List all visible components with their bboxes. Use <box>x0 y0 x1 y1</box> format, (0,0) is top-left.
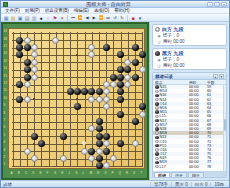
black-stone <box>16 81 23 88</box>
coord-letter: G <box>54 172 56 175</box>
scrollbar-thumb[interactable] <box>224 119 226 131</box>
coord-number: 1 <box>4 163 6 166</box>
coord-letter: A <box>11 172 13 175</box>
menu-item-4[interactable]: 选项(O) <box>94 8 110 14</box>
black-stone <box>139 51 146 58</box>
white-stone <box>88 51 95 58</box>
white-stone <box>24 81 31 88</box>
toolbar-separator <box>127 15 128 21</box>
coord-letter: N <box>97 172 99 175</box>
tools-icon[interactable]: ✦ <box>59 15 65 21</box>
grid-line-v <box>63 32 64 166</box>
more-dropdown-icon[interactable]: ▾ <box>137 15 143 21</box>
board-frame: ABCDEFGHJKLMNOPQRST191817161514131211109… <box>2 23 148 179</box>
black-stone <box>74 103 81 110</box>
window-controls: −□× <box>207 2 227 7</box>
black-stone <box>96 88 103 95</box>
side-panel: 白方 九段 ◉ 提子：0 ◷ 用时 00:00 黑方 九段 ◉ <box>149 22 229 180</box>
black-player-box: 黑方 九段 ◉ 提子：0 ◷ 用时 00:00 <box>152 48 227 70</box>
black-stone <box>16 51 23 58</box>
black-stone-icon <box>155 51 160 56</box>
white-stone <box>31 59 38 66</box>
white-stone <box>103 96 110 103</box>
move-cell: L17 <box>153 165 189 169</box>
grid-line-v <box>128 32 129 166</box>
status-segment-0: 第78手 <box>150 182 171 187</box>
col-move: 棋步 <box>153 80 189 85</box>
coord-letter: K <box>75 172 77 175</box>
main-content: ABCDEFGHJKLMNOPQRST191817161514131211109… <box>1 22 229 180</box>
capture-icon: ◉ <box>157 34 161 38</box>
white-stone <box>31 66 38 73</box>
white-stone <box>31 44 38 51</box>
flag-icon[interactable]: ⚑ <box>52 15 58 21</box>
white-stone <box>88 155 95 162</box>
coord-number: 6 <box>4 126 6 129</box>
grid-line-h <box>12 166 143 167</box>
white-stone <box>96 96 103 103</box>
black-stone <box>96 140 103 147</box>
black-stone <box>124 66 131 73</box>
coord-number: 2 <box>4 156 6 159</box>
coord-number: 12 <box>4 82 7 85</box>
black-stone <box>139 103 146 110</box>
black-stone <box>117 66 124 73</box>
status-segment-1: 黑方 0 <box>171 182 191 187</box>
white-stone <box>103 88 110 95</box>
coord-letter: Q <box>119 172 121 175</box>
last-move-icon[interactable]: ⏭ <box>105 15 111 21</box>
black-time-row: ◷ 用时 00:00 <box>155 62 224 68</box>
coord-letter: B <box>18 172 20 175</box>
white-stone <box>88 44 95 51</box>
star-point <box>33 143 35 145</box>
clock-icon: ◷ <box>157 64 161 68</box>
black-stone <box>81 88 88 95</box>
black-time: 用时 00:00 <box>163 63 185 68</box>
menu-item-2[interactable]: 棋盘设置(B) <box>45 8 69 14</box>
white-stone <box>88 125 95 132</box>
time-cell: 00:00 <box>189 165 207 169</box>
black-stone <box>24 74 31 81</box>
white-stone-icon <box>155 27 160 32</box>
menu-item-0[interactable]: 文件(F) <box>5 8 20 14</box>
scroll-down-button[interactable]: ▾ <box>219 74 224 79</box>
maximize-button[interactable]: □ <box>214 2 220 7</box>
black-stone <box>117 74 124 81</box>
black-stone <box>96 162 103 169</box>
panel-tab-2[interactable]: 聊天 <box>188 172 204 177</box>
white-stone <box>96 148 103 155</box>
grid-line-v <box>70 32 71 166</box>
back-icon[interactable]: ◀ <box>84 15 90 21</box>
black-stone <box>117 51 124 58</box>
black-stone-icon[interactable]: ● <box>38 15 44 21</box>
black-stone <box>67 88 74 95</box>
black-stone <box>132 74 139 81</box>
coord-number: 16 <box>4 52 7 55</box>
menu-item-5[interactable]: 帮助(H) <box>114 8 129 14</box>
move-row[interactable]: L1700:0078 <box>153 165 223 169</box>
black-stone <box>117 140 124 147</box>
move-list-title: 棋谱记录 <box>155 74 212 79</box>
app-icon <box>3 2 8 7</box>
coord-number: 13 <box>4 75 7 78</box>
stop-icon[interactable]: ■ <box>130 15 136 21</box>
status-left-text: 就绪 <box>3 182 150 187</box>
white-stone <box>24 96 31 103</box>
grid-line-v <box>113 32 114 166</box>
coord-letter: O <box>104 172 106 175</box>
white-stone <box>124 74 131 81</box>
white-player-name: 白方 九段 <box>162 26 183 32</box>
grid-line-v <box>13 32 14 166</box>
coord-letter: F <box>47 172 49 175</box>
close-button[interactable]: × <box>221 2 227 7</box>
white-time: 用时 00:00 <box>163 39 185 44</box>
black-stone <box>38 140 45 147</box>
white-stone <box>103 103 110 110</box>
coord-number: 17 <box>4 45 7 48</box>
black-stone <box>96 133 103 140</box>
black-stone <box>16 44 23 51</box>
col-number: 手数 <box>207 80 223 85</box>
go-board[interactable] <box>8 28 145 169</box>
coord-number: 3 <box>4 149 6 152</box>
new-board-icon[interactable]: ▦ <box>3 15 9 21</box>
window-title: 围棋大师 - 自由对弈 <box>10 1 207 8</box>
coord-number: 14 <box>4 67 7 70</box>
black-stone <box>117 81 124 88</box>
coord-number: 4 <box>4 141 6 144</box>
copy-icon[interactable]: ▥ <box>31 15 37 21</box>
black-stone <box>103 133 110 140</box>
menu-item-3[interactable]: 编辑(E) <box>74 8 89 14</box>
coord-number: 7 <box>4 119 6 122</box>
black-captures: 提子：0 <box>163 57 179 62</box>
forward-10-icon[interactable]: ⏩ <box>98 15 104 21</box>
coord-letter: J <box>68 172 70 175</box>
clock-icon: ◷ <box>157 40 161 44</box>
coord-letter: T <box>140 172 142 175</box>
white-stone <box>81 148 88 155</box>
white-stone <box>103 162 110 169</box>
black-stone <box>117 96 124 103</box>
black-stone <box>132 44 139 51</box>
white-stone <box>103 140 110 147</box>
redo-icon[interactable]: ↻ <box>119 15 125 21</box>
black-player-name: 黑方 九段 <box>162 50 183 56</box>
black-stone <box>96 118 103 125</box>
print-icon[interactable]: ▤ <box>24 15 30 21</box>
coord-number: 18 <box>4 38 7 41</box>
toolbar: ▦▨▣▤▥●○⚑✦⏮⏪◀▶⏩⏭↺↻■▾ <box>1 14 229 22</box>
app-window: 围棋大师 - 自由对弈 −□× 文件(F)对局(P)棋盘设置(B)编辑(E)选项… <box>0 0 230 188</box>
black-stone <box>88 148 95 155</box>
white-stone <box>124 81 131 88</box>
white-player-box: 白方 九段 ◉ 提子：0 ◷ 用时 00:00 <box>152 24 227 46</box>
white-stone <box>24 148 31 155</box>
grid-line-v <box>56 32 57 166</box>
black-stone <box>24 44 31 51</box>
minimize-button[interactable]: − <box>207 2 213 7</box>
white-stone-icon[interactable]: ○ <box>45 15 51 21</box>
white-stone <box>24 37 31 44</box>
white-stone <box>139 111 146 118</box>
white-stone <box>110 155 117 162</box>
black-stone <box>16 96 23 103</box>
white-stone <box>139 66 146 73</box>
white-stone <box>52 37 59 44</box>
black-stone <box>31 133 38 140</box>
open-icon[interactable]: ▨ <box>10 15 16 21</box>
status-bar: 就绪 第78手黑方 0白方 019路 <box>1 180 229 187</box>
coord-letter: L <box>83 172 85 175</box>
white-stone <box>110 81 117 88</box>
status-segment-2: 白方 0 <box>191 182 211 187</box>
white-stone <box>31 155 38 162</box>
coord-number: 9 <box>4 104 6 107</box>
white-captures: 提子：0 <box>163 33 179 38</box>
black-stone <box>88 88 95 95</box>
black-stone <box>74 88 81 95</box>
forward-icon[interactable]: ▶ <box>91 15 97 21</box>
black-stone <box>117 111 124 118</box>
toolbar-separator <box>67 15 68 21</box>
save-icon[interactable]: ▣ <box>17 15 23 21</box>
black-stone <box>103 44 110 51</box>
grid-line-v <box>85 32 86 166</box>
black-stone <box>132 118 139 125</box>
black-stone <box>103 148 110 155</box>
panel-tab-1[interactable]: 信息 <box>171 172 187 177</box>
white-stone <box>60 155 67 162</box>
coord-letter: C <box>25 172 27 175</box>
white-stone-icon <box>155 165 159 169</box>
black-stone <box>24 59 31 66</box>
white-stone <box>124 59 131 66</box>
back-10-icon[interactable]: ⏪ <box>77 15 83 21</box>
capture-icon: ◉ <box>157 58 161 62</box>
coord-letter: D <box>32 172 34 175</box>
coord-letter: E <box>39 172 41 175</box>
status-segments: 第78手黑方 0白方 019路 <box>150 182 227 187</box>
coord-number: 15 <box>4 60 7 63</box>
number-cell: 78 <box>207 165 223 169</box>
board-area: ABCDEFGHJKLMNOPQRST191817161514131211109… <box>1 22 149 180</box>
move-table-body: N1500:0059M1400:0060N1600:0061N1400:0062… <box>153 85 226 171</box>
black-stone <box>96 125 103 132</box>
black-stone <box>60 133 67 140</box>
black-stone <box>117 88 124 95</box>
white-stone <box>31 74 38 81</box>
coord-letter: S <box>133 172 135 175</box>
panel-tab-0[interactable]: 棋谱 <box>154 172 170 177</box>
scroll-up-button[interactable]: ▴ <box>213 74 218 79</box>
col-time: 用时 <box>189 80 207 85</box>
white-time-row: ◷ 用时 00:00 <box>155 38 224 44</box>
black-stone <box>96 155 103 162</box>
white-stone <box>88 96 95 103</box>
status-segment-3: 19路 <box>210 182 227 187</box>
black-stone <box>24 66 31 73</box>
coord-letter: R <box>126 172 128 175</box>
coord-letter: H <box>61 172 63 175</box>
move-list-panel: 棋谱记录 ▴ ▾ 棋步 用时 手数 N1500:0059M1400:0060N1… <box>152 72 227 178</box>
coord-number: 19 <box>4 30 7 33</box>
white-stone <box>31 51 38 58</box>
coord-number: 8 <box>4 112 6 115</box>
black-stone <box>110 74 117 81</box>
white-stone <box>132 140 139 147</box>
move-list-scrollbar[interactable] <box>223 85 226 171</box>
undo-icon[interactable]: ↺ <box>112 15 118 21</box>
first-move-icon[interactable]: ⏮ <box>70 15 76 21</box>
coord-number: 5 <box>4 134 6 137</box>
white-stone <box>103 81 110 88</box>
menu-item-1[interactable]: 对局(P) <box>25 8 40 14</box>
grid-line-v <box>49 32 50 166</box>
coord-number: 10 <box>4 97 7 100</box>
coord-letter: M <box>90 172 93 175</box>
black-stone <box>16 37 23 44</box>
coord-letter: P <box>111 172 113 175</box>
black-stone <box>132 59 139 66</box>
coord-number: 11 <box>4 89 7 92</box>
panel-tabs: 棋谱信息聊天 <box>153 171 226 177</box>
